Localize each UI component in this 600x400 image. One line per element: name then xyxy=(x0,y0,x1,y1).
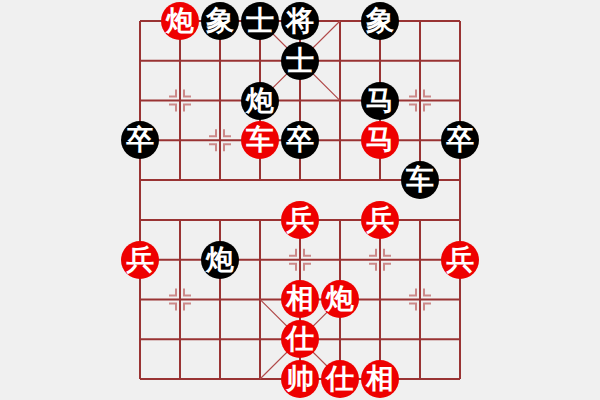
piece-red-horse[interactable]: 马 xyxy=(361,121,399,159)
piece-black-cannon[interactable]: 炮 xyxy=(241,82,279,120)
piece-red-elephant[interactable]: 相 xyxy=(361,360,399,398)
piece-red-chariot[interactable]: 车 xyxy=(241,121,279,159)
piece-red-soldier[interactable]: 兵 xyxy=(281,201,319,239)
piece-red-cannon[interactable]: 炮 xyxy=(321,280,359,318)
piece-black-soldier[interactable]: 卒 xyxy=(121,121,159,159)
piece-red-soldier[interactable]: 兵 xyxy=(121,241,159,279)
piece-black-chariot[interactable]: 车 xyxy=(401,161,439,199)
xiangqi-board: 炮象士将象士炮马卒车卒马卒车兵兵兵炮兵相炮仕帅仕相 xyxy=(0,0,600,400)
piece-black-elephant[interactable]: 象 xyxy=(201,2,239,40)
piece-black-soldier[interactable]: 卒 xyxy=(281,121,319,159)
piece-red-advisor[interactable]: 仕 xyxy=(321,360,359,398)
piece-red-elephant[interactable]: 相 xyxy=(281,280,319,318)
piece-black-elephant[interactable]: 象 xyxy=(361,2,399,40)
piece-red-cannon[interactable]: 炮 xyxy=(161,2,199,40)
piece-red-soldier[interactable]: 兵 xyxy=(361,201,399,239)
piece-black-advisor[interactable]: 士 xyxy=(281,42,319,80)
board-grid[interactable]: 炮象士将象士炮马卒车卒马卒车兵兵兵炮兵相炮仕帅仕相 xyxy=(120,1,480,399)
piece-red-general[interactable]: 帅 xyxy=(281,360,319,398)
piece-red-advisor[interactable]: 仕 xyxy=(281,320,319,358)
piece-black-advisor[interactable]: 士 xyxy=(241,2,279,40)
piece-red-soldier[interactable]: 兵 xyxy=(441,241,479,279)
piece-black-general[interactable]: 将 xyxy=(281,2,319,40)
piece-black-soldier[interactable]: 卒 xyxy=(441,121,479,159)
piece-black-cannon[interactable]: 炮 xyxy=(201,241,239,279)
piece-black-horse[interactable]: 马 xyxy=(361,82,399,120)
